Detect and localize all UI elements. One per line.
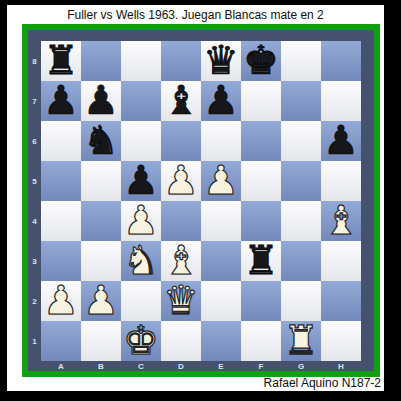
square-b2[interactable]: ♟ <box>81 281 121 321</box>
piece-white-bishop: ♝ <box>323 200 359 240</box>
diagram-title: Fuller vs Wells 1963. Juegan Blancas mat… <box>7 8 384 22</box>
square-h5[interactable] <box>321 161 361 201</box>
square-g4[interactable] <box>281 201 321 241</box>
piece-white-queen: ♛ <box>163 280 199 320</box>
square-g3[interactable] <box>281 241 321 281</box>
square-f2[interactable] <box>241 281 281 321</box>
rank-label-5: 5 <box>28 161 41 201</box>
square-d3[interactable]: ♝ <box>161 241 201 281</box>
piece-white-rook: ♜ <box>283 320 319 360</box>
piece-white-knight: ♞ <box>123 240 159 280</box>
square-f3[interactable]: ♜ <box>241 241 281 281</box>
square-a7[interactable]: ♟ <box>41 81 81 121</box>
square-d7[interactable]: ♝ <box>161 81 201 121</box>
square-b5[interactable] <box>81 161 121 201</box>
square-c6[interactable] <box>121 121 161 161</box>
piece-black-rook: ♜ <box>43 40 79 80</box>
square-h7[interactable] <box>321 81 361 121</box>
piece-white-king: ♚ <box>123 320 159 360</box>
square-b3[interactable] <box>81 241 121 281</box>
square-f5[interactable] <box>241 161 281 201</box>
piece-white-pawn: ♟ <box>163 160 199 200</box>
file-label-f: F <box>241 361 281 371</box>
rank-label-2: 2 <box>28 281 41 321</box>
square-e5[interactable]: ♟ <box>201 161 241 201</box>
piece-white-pawn: ♟ <box>123 200 159 240</box>
square-b7[interactable]: ♟ <box>81 81 121 121</box>
square-e3[interactable] <box>201 241 241 281</box>
rank-label-7: 7 <box>28 81 41 121</box>
square-c7[interactable] <box>121 81 161 121</box>
square-a3[interactable] <box>41 241 81 281</box>
piece-black-pawn: ♟ <box>203 80 239 120</box>
square-d1[interactable] <box>161 321 201 361</box>
square-g8[interactable] <box>281 41 321 81</box>
chess-board: ♜♛♚♟♟♝♟♞♟♟♟♟♟♝♞♝♜♟♟♛♚♜ <box>41 41 361 361</box>
square-c8[interactable] <box>121 41 161 81</box>
piece-white-pawn: ♟ <box>43 280 79 320</box>
piece-black-king: ♚ <box>243 40 279 80</box>
square-d5[interactable]: ♟ <box>161 161 201 201</box>
square-g2[interactable] <box>281 281 321 321</box>
square-f1[interactable] <box>241 321 281 361</box>
square-a6[interactable] <box>41 121 81 161</box>
file-label-e: E <box>201 361 241 371</box>
square-h4[interactable]: ♝ <box>321 201 361 241</box>
file-label-b: B <box>81 361 121 371</box>
square-c3[interactable]: ♞ <box>121 241 161 281</box>
square-h6[interactable]: ♟ <box>321 121 361 161</box>
square-f7[interactable] <box>241 81 281 121</box>
file-label-a: A <box>41 361 81 371</box>
piece-black-pawn: ♟ <box>123 160 159 200</box>
square-d8[interactable] <box>161 41 201 81</box>
rank-labels: 87654321 <box>28 41 41 361</box>
square-b4[interactable] <box>81 201 121 241</box>
square-d2[interactable]: ♛ <box>161 281 201 321</box>
square-b6[interactable]: ♞ <box>81 121 121 161</box>
rank-label-4: 4 <box>28 201 41 241</box>
square-e4[interactable] <box>201 201 241 241</box>
piece-black-pawn: ♟ <box>323 120 359 160</box>
chess-board-frame: 87654321 ABCDEFGH ♜♛♚♟♟♝♟♞♟♟♟♟♟♝♞♝♜♟♟♛♚♜ <box>22 24 380 377</box>
square-e8[interactable]: ♛ <box>201 41 241 81</box>
square-d4[interactable] <box>161 201 201 241</box>
file-label-h: H <box>321 361 361 371</box>
piece-black-knight: ♞ <box>83 120 119 160</box>
piece-black-pawn: ♟ <box>83 80 119 120</box>
square-b1[interactable] <box>81 321 121 361</box>
square-f6[interactable] <box>241 121 281 161</box>
square-h1[interactable] <box>321 321 361 361</box>
square-c5[interactable]: ♟ <box>121 161 161 201</box>
square-f4[interactable] <box>241 201 281 241</box>
square-a1[interactable] <box>41 321 81 361</box>
square-e7[interactable]: ♟ <box>201 81 241 121</box>
diagram-canvas: Fuller vs Wells 1963. Juegan Blancas mat… <box>0 0 401 401</box>
square-a5[interactable] <box>41 161 81 201</box>
square-g1[interactable]: ♜ <box>281 321 321 361</box>
square-a4[interactable] <box>41 201 81 241</box>
piece-black-queen: ♛ <box>203 40 239 80</box>
piece-white-pawn: ♟ <box>203 160 239 200</box>
piece-white-pawn: ♟ <box>83 280 119 320</box>
rank-label-6: 6 <box>28 121 41 161</box>
rank-label-1: 1 <box>28 321 41 361</box>
file-label-d: D <box>161 361 201 371</box>
square-d6[interactable] <box>161 121 201 161</box>
square-a8[interactable]: ♜ <box>41 41 81 81</box>
square-e2[interactable] <box>201 281 241 321</box>
square-h8[interactable] <box>321 41 361 81</box>
piece-black-bishop: ♝ <box>163 80 199 120</box>
piece-black-rook: ♜ <box>243 240 279 280</box>
rank-label-8: 8 <box>28 41 41 81</box>
square-g7[interactable] <box>281 81 321 121</box>
square-g6[interactable] <box>281 121 321 161</box>
piece-white-bishop: ♝ <box>163 240 199 280</box>
rank-label-3: 3 <box>28 241 41 281</box>
square-h2[interactable] <box>321 281 361 321</box>
square-c4[interactable]: ♟ <box>121 201 161 241</box>
square-c1[interactable]: ♚ <box>121 321 161 361</box>
square-b8[interactable] <box>81 41 121 81</box>
piece-black-pawn: ♟ <box>43 80 79 120</box>
square-g5[interactable] <box>281 161 321 201</box>
square-a2[interactable]: ♟ <box>41 281 81 321</box>
square-e6[interactable] <box>201 121 241 161</box>
attribution-text: Rafael Aquino N187-2 <box>264 376 381 390</box>
square-c2[interactable] <box>121 281 161 321</box>
square-e1[interactable] <box>201 321 241 361</box>
square-h3[interactable] <box>321 241 361 281</box>
square-f8[interactable]: ♚ <box>241 41 281 81</box>
